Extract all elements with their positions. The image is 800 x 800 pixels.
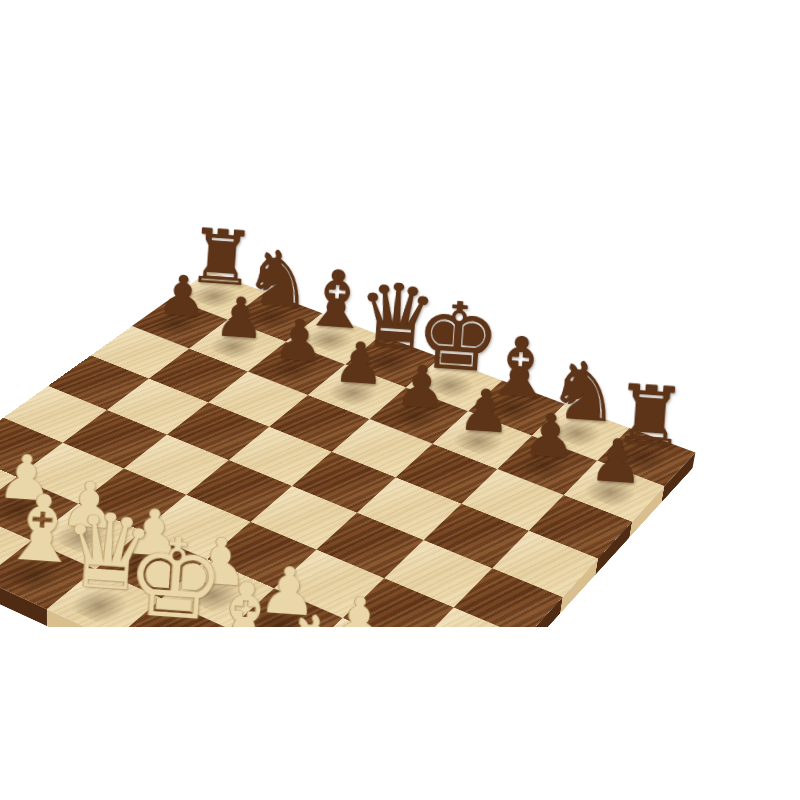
- product-photo-stage: ♜♞♝♛♚♝♞♜♟♟♟♟♟♟♟♟♟♟♟♟♟♟♟♟♜♞♝♛♚♝♞♜: [0, 0, 800, 800]
- piece-black-pawn-c7[interactable]: ♟: [272, 311, 326, 370]
- piece-black-pawn-a7[interactable]: ♟: [156, 267, 209, 325]
- piece-black-pawn-g7[interactable]: ♟: [521, 405, 578, 467]
- piece-black-pawn-d7[interactable]: ♟: [332, 333, 386, 393]
- photo-crop-white-band: [0, 627, 800, 800]
- piece-black-pawn-b7[interactable]: ♟: [213, 288, 266, 346]
- piece-black-pawn-h7[interactable]: ♟: [588, 430, 645, 493]
- piece-black-pawn-e7[interactable]: ♟: [394, 356, 449, 417]
- piece-black-pawn-f7[interactable]: ♟: [457, 380, 513, 441]
